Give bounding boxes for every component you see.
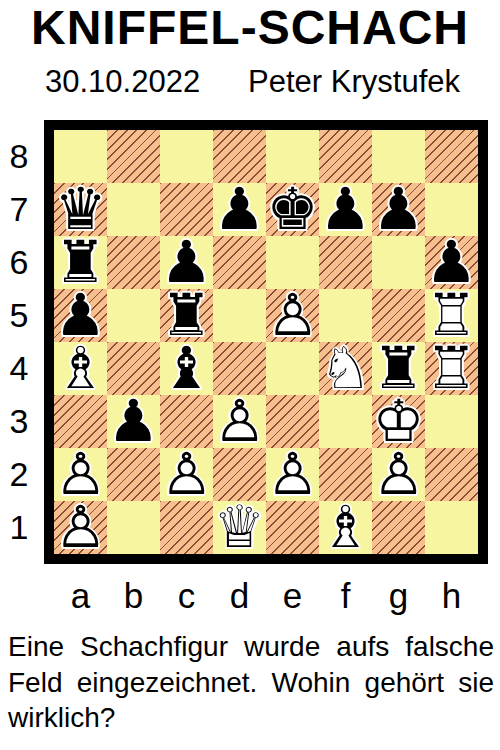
rank-label-7: 7 — [0, 183, 38, 236]
rank-label-3: 3 — [0, 395, 38, 448]
puzzle-author: Peter Krystufek — [248, 64, 460, 100]
chess-board: ♛♟♚♟♟♜♟♟♟♜♙♖♗♝♘♜♖♟♙♔♙♙♙♙♙♕♗ — [44, 120, 488, 564]
piece-white-pawn: ♙ — [373, 448, 425, 501]
square-h3 — [425, 395, 478, 448]
square-f1: ♗ — [319, 501, 372, 554]
square-h1 — [425, 501, 478, 554]
piece-white-rook: ♖ — [426, 342, 478, 395]
puzzle-date: 30.10.2022 — [45, 64, 200, 100]
square-b1 — [107, 501, 160, 554]
square-f4: ♘ — [319, 342, 372, 395]
piece-white-pawn: ♙ — [161, 448, 213, 501]
square-e5: ♙ — [266, 289, 319, 342]
square-f3 — [319, 395, 372, 448]
piece-white-queen: ♕ — [214, 501, 266, 554]
square-b6 — [107, 236, 160, 289]
square-g6 — [372, 236, 425, 289]
piece-black-pawn: ♟ — [320, 183, 372, 236]
square-d3: ♙ — [213, 395, 266, 448]
square-g7: ♟ — [372, 183, 425, 236]
square-d6 — [213, 236, 266, 289]
square-b5 — [107, 289, 160, 342]
square-c8 — [160, 130, 213, 183]
square-a4: ♗ — [54, 342, 107, 395]
file-label-a: a — [54, 576, 107, 618]
piece-white-bishop: ♗ — [320, 501, 372, 554]
piece-black-pawn: ♟ — [108, 395, 160, 448]
square-b3: ♟ — [107, 395, 160, 448]
rank-label-1: 1 — [0, 501, 38, 554]
file-labels: abcdefgh — [54, 576, 478, 618]
square-a1: ♙ — [54, 501, 107, 554]
square-e4 — [266, 342, 319, 395]
piece-white-knight: ♘ — [320, 342, 372, 395]
piece-white-pawn: ♙ — [214, 395, 266, 448]
square-d5 — [213, 289, 266, 342]
file-label-f: f — [319, 576, 372, 618]
piece-white-bishop: ♗ — [55, 342, 107, 395]
square-e2: ♙ — [266, 448, 319, 501]
file-label-c: c — [160, 576, 213, 618]
square-g2: ♙ — [372, 448, 425, 501]
rank-label-2: 2 — [0, 448, 38, 501]
piece-black-king: ♚ — [267, 183, 319, 236]
square-h2 — [425, 448, 478, 501]
square-c4: ♝ — [160, 342, 213, 395]
file-label-d: d — [213, 576, 266, 618]
rank-label-5: 5 — [0, 289, 38, 342]
square-c1 — [160, 501, 213, 554]
square-b7 — [107, 183, 160, 236]
square-h4: ♖ — [425, 342, 478, 395]
board-wrap: ♛♟♚♟♟♜♟♟♟♜♙♖♗♝♘♜♖♟♙♔♙♙♙♙♙♕♗ — [44, 120, 488, 564]
piece-black-bishop: ♝ — [161, 342, 213, 395]
square-g1 — [372, 501, 425, 554]
piece-white-pawn: ♙ — [55, 501, 107, 554]
square-h8 — [425, 130, 478, 183]
file-label-g: g — [372, 576, 425, 618]
puzzle-page: KNIFFEL-SCHACH 30.10.2022 Peter Krystufe… — [0, 0, 500, 750]
subtitle-row: 30.10.2022 Peter Krystufek — [45, 64, 460, 100]
square-f6 — [319, 236, 372, 289]
piece-white-pawn: ♙ — [267, 289, 319, 342]
rank-labels: 87654321 — [0, 130, 38, 554]
piece-white-pawn: ♙ — [267, 448, 319, 501]
file-label-e: e — [266, 576, 319, 618]
square-c2: ♙ — [160, 448, 213, 501]
piece-black-pawn: ♟ — [373, 183, 425, 236]
rank-label-8: 8 — [0, 130, 38, 183]
piece-black-pawn: ♟ — [214, 183, 266, 236]
square-f7: ♟ — [319, 183, 372, 236]
rank-label-6: 6 — [0, 236, 38, 289]
square-b2 — [107, 448, 160, 501]
puzzle-question: Eine Schachfigur wurde aufs falsche Feld… — [8, 629, 494, 736]
square-e1 — [266, 501, 319, 554]
file-label-b: b — [107, 576, 160, 618]
square-e7: ♚ — [266, 183, 319, 236]
page-title: KNIFFEL-SCHACH — [0, 0, 500, 55]
square-d1: ♕ — [213, 501, 266, 554]
square-d7: ♟ — [213, 183, 266, 236]
square-b8 — [107, 130, 160, 183]
rank-label-4: 4 — [0, 342, 38, 395]
file-label-h: h — [425, 576, 478, 618]
